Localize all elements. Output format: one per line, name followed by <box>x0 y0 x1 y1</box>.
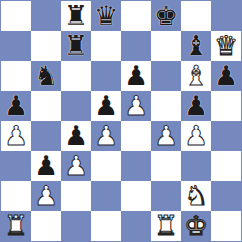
square-f6[interactable] <box>151 61 181 91</box>
piece-white-pawn[interactable]: ♟ <box>94 122 118 149</box>
square-g2[interactable]: ♞ <box>181 181 211 211</box>
square-g1[interactable]: ♚ <box>181 211 211 241</box>
square-f3[interactable] <box>151 151 181 181</box>
square-h6[interactable]: ♟ <box>211 61 241 91</box>
square-d1[interactable] <box>91 211 121 241</box>
square-b5[interactable] <box>31 91 61 121</box>
square-f4[interactable]: ♟ <box>151 121 181 151</box>
square-h7[interactable]: ♛ <box>211 31 241 61</box>
square-e5[interactable]: ♟ <box>121 91 151 121</box>
square-a6[interactable] <box>1 61 31 91</box>
piece-black-knight[interactable]: ♞ <box>34 62 58 89</box>
square-c3[interactable]: ♟ <box>61 151 91 181</box>
square-d3[interactable] <box>91 151 121 181</box>
piece-white-rook[interactable]: ♜ <box>154 212 178 239</box>
square-h8[interactable] <box>211 1 241 31</box>
square-f8[interactable]: ♚ <box>151 1 181 31</box>
square-h4[interactable] <box>211 121 241 151</box>
square-a7[interactable] <box>1 31 31 61</box>
square-b3[interactable]: ♟ <box>31 151 61 181</box>
piece-black-queen[interactable]: ♛ <box>94 2 118 29</box>
piece-black-pawn[interactable]: ♟ <box>214 62 238 89</box>
square-c5[interactable] <box>61 91 91 121</box>
square-h2[interactable] <box>211 181 241 211</box>
piece-black-pawn[interactable]: ♟ <box>4 92 28 119</box>
piece-white-rook[interactable]: ♜ <box>4 212 28 239</box>
square-e2[interactable] <box>121 181 151 211</box>
square-h3[interactable] <box>211 151 241 181</box>
square-b1[interactable] <box>31 211 61 241</box>
piece-white-pawn[interactable]: ♟ <box>4 122 28 149</box>
square-g5[interactable]: ♟ <box>181 91 211 121</box>
piece-white-pawn[interactable]: ♟ <box>184 122 208 149</box>
piece-black-rook[interactable]: ♜ <box>64 32 88 59</box>
piece-white-pawn[interactable]: ♟ <box>124 92 148 119</box>
square-e1[interactable] <box>121 211 151 241</box>
square-a4[interactable]: ♟ <box>1 121 31 151</box>
square-h1[interactable] <box>211 211 241 241</box>
square-f1[interactable]: ♜ <box>151 211 181 241</box>
piece-white-pawn[interactable]: ♟ <box>64 152 88 179</box>
square-g8[interactable] <box>181 1 211 31</box>
piece-black-pawn[interactable]: ♟ <box>94 92 118 119</box>
square-b4[interactable] <box>31 121 61 151</box>
square-d7[interactable] <box>91 31 121 61</box>
square-e8[interactable] <box>121 1 151 31</box>
square-c4[interactable]: ♟ <box>61 121 91 151</box>
square-d5[interactable]: ♟ <box>91 91 121 121</box>
square-g7[interactable]: ♝ <box>181 31 211 61</box>
square-a2[interactable] <box>1 181 31 211</box>
square-c7[interactable]: ♜ <box>61 31 91 61</box>
square-g4[interactable]: ♟ <box>181 121 211 151</box>
square-f5[interactable] <box>151 91 181 121</box>
square-b2[interactable]: ♟ <box>31 181 61 211</box>
piece-white-pawn[interactable]: ♟ <box>34 182 58 209</box>
square-d2[interactable] <box>91 181 121 211</box>
square-g6[interactable]: ♝ <box>181 61 211 91</box>
piece-white-king[interactable]: ♚ <box>184 212 208 239</box>
piece-black-pawn[interactable]: ♟ <box>34 152 58 179</box>
piece-black-king[interactable]: ♚ <box>154 2 178 29</box>
square-f7[interactable] <box>151 31 181 61</box>
piece-white-pawn[interactable]: ♟ <box>154 122 178 149</box>
square-c8[interactable]: ♜ <box>61 1 91 31</box>
square-c1[interactable] <box>61 211 91 241</box>
square-e3[interactable] <box>121 151 151 181</box>
square-b8[interactable] <box>31 1 61 31</box>
square-f2[interactable] <box>151 181 181 211</box>
piece-white-bishop[interactable]: ♝ <box>184 62 208 89</box>
square-c2[interactable] <box>61 181 91 211</box>
square-a5[interactable]: ♟ <box>1 91 31 121</box>
piece-black-bishop[interactable]: ♝ <box>184 32 208 59</box>
square-e6[interactable]: ♟ <box>121 61 151 91</box>
square-d8[interactable]: ♛ <box>91 1 121 31</box>
square-c6[interactable] <box>61 61 91 91</box>
piece-black-pawn[interactable]: ♟ <box>124 62 148 89</box>
piece-white-queen[interactable]: ♛ <box>214 32 238 59</box>
piece-black-pawn[interactable]: ♟ <box>184 92 208 119</box>
square-g3[interactable] <box>181 151 211 181</box>
piece-white-knight[interactable]: ♞ <box>184 182 208 209</box>
square-a3[interactable] <box>1 151 31 181</box>
piece-black-pawn[interactable]: ♟ <box>64 122 88 149</box>
square-d4[interactable]: ♟ <box>91 121 121 151</box>
square-e7[interactable] <box>121 31 151 61</box>
square-e4[interactable] <box>121 121 151 151</box>
square-a1[interactable]: ♜ <box>1 211 31 241</box>
square-b7[interactable] <box>31 31 61 61</box>
piece-black-rook[interactable]: ♜ <box>64 2 88 29</box>
square-a8[interactable] <box>1 1 31 31</box>
square-h5[interactable] <box>211 91 241 121</box>
square-b6[interactable]: ♞ <box>31 61 61 91</box>
chess-board: ♜♛♚♜♝♛♞♟♝♟♟♟♟♟♟♟♟♟♟♟♟♟♞♜♜♚ <box>0 0 242 242</box>
square-d6[interactable] <box>91 61 121 91</box>
